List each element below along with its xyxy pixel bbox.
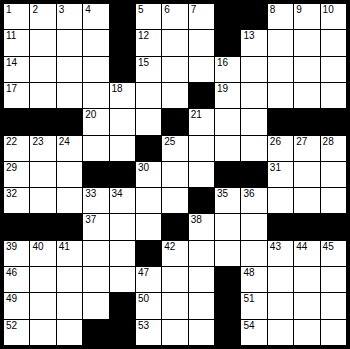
cell-r10c4[interactable]	[83, 241, 108, 266]
cell-r4c2[interactable]	[30, 83, 55, 108]
cell-r6c5[interactable]	[110, 136, 135, 161]
cell-r6c9[interactable]	[215, 136, 240, 161]
black-cell-r5c13	[321, 109, 346, 134]
clue-number-16: 16	[217, 57, 228, 68]
black-cell-r7c4	[83, 162, 108, 187]
black-cell-r12c9	[215, 293, 240, 318]
cell-r2c12[interactable]	[294, 30, 319, 55]
clue-number-31: 31	[270, 162, 281, 173]
cell-r7c8[interactable]	[189, 162, 214, 187]
cell-r2c7[interactable]	[162, 30, 187, 55]
cell-r11c3[interactable]	[57, 267, 82, 292]
cell-r9c4[interactable]: 37	[83, 214, 108, 239]
cell-r7c13[interactable]	[321, 162, 346, 187]
clue-number-43: 43	[270, 241, 281, 252]
clue-number-15: 15	[138, 57, 149, 68]
black-cell-r12c5	[110, 293, 135, 318]
cell-r11c4[interactable]	[83, 267, 108, 292]
cell-r12c8[interactable]	[189, 293, 214, 318]
cell-r4c12[interactable]	[294, 83, 319, 108]
cell-r4c9[interactable]: 19	[215, 83, 240, 108]
clue-number-35: 35	[217, 188, 228, 199]
cell-r10c2[interactable]: 40	[30, 241, 55, 266]
cell-r5c10[interactable]	[241, 109, 266, 134]
clue-number-42: 42	[164, 241, 175, 252]
cell-r7c2[interactable]	[30, 162, 55, 187]
cell-r4c7[interactable]	[162, 83, 187, 108]
cell-r11c7[interactable]	[162, 267, 187, 292]
cell-r1c6[interactable]: 5	[136, 4, 161, 29]
black-cell-r7c5	[110, 162, 135, 187]
cell-r10c13[interactable]: 45	[321, 241, 346, 266]
cell-r13c12[interactable]	[294, 320, 319, 345]
cell-r11c13[interactable]	[321, 267, 346, 292]
black-cell-r10c6	[136, 241, 161, 266]
cell-r3c13[interactable]	[321, 57, 346, 82]
cell-r6c11[interactable]: 26	[268, 136, 293, 161]
clue-number-1: 1	[6, 4, 12, 15]
clue-number-4: 4	[85, 4, 91, 15]
cell-r1c7[interactable]: 6	[162, 4, 187, 29]
black-cell-r7c10	[241, 162, 266, 187]
clue-number-8: 8	[270, 4, 276, 15]
clue-number-27: 27	[296, 136, 307, 147]
cell-r8c2[interactable]	[30, 188, 55, 213]
cell-r8c7[interactable]	[162, 188, 187, 213]
cell-r8c3[interactable]	[57, 188, 82, 213]
cell-r12c3[interactable]	[57, 293, 82, 318]
cell-r1c13[interactable]: 10	[321, 4, 346, 29]
cell-r4c10[interactable]	[241, 83, 266, 108]
cell-r12c12[interactable]	[294, 293, 319, 318]
clue-number-23: 23	[32, 136, 43, 147]
cell-r8c4[interactable]: 33	[83, 188, 108, 213]
cell-r7c11[interactable]: 31	[268, 162, 293, 187]
cell-r5c8[interactable]: 21	[189, 109, 214, 134]
black-cell-r7c9	[215, 162, 240, 187]
cell-r11c1[interactable]: 46	[4, 267, 29, 292]
clue-number-28: 28	[323, 136, 334, 147]
clue-number-50: 50	[138, 293, 149, 304]
clue-number-34: 34	[112, 188, 123, 199]
cell-r6c12[interactable]: 27	[294, 136, 319, 161]
cell-r13c10[interactable]: 54	[241, 320, 266, 345]
cell-r3c9[interactable]: 16	[215, 57, 240, 82]
cell-r1c8[interactable]: 7	[189, 4, 214, 29]
cell-r13c3[interactable]	[57, 320, 82, 345]
black-cell-r9c7	[162, 214, 187, 239]
cell-r10c9[interactable]	[215, 241, 240, 266]
cell-r5c9[interactable]	[215, 109, 240, 134]
black-cell-r11c9	[215, 267, 240, 292]
cell-r6c3[interactable]: 24	[57, 136, 82, 161]
cell-r4c5[interactable]: 18	[110, 83, 135, 108]
clue-number-22: 22	[6, 136, 17, 147]
cell-r9c8[interactable]: 38	[189, 214, 214, 239]
clue-number-24: 24	[59, 136, 70, 147]
cell-r3c2[interactable]	[30, 57, 55, 82]
black-cell-r13c5	[110, 320, 135, 345]
black-cell-r5c11	[268, 109, 293, 134]
clue-number-11: 11	[6, 30, 16, 41]
clue-number-2: 2	[32, 4, 38, 15]
cell-r6c4[interactable]	[83, 136, 108, 161]
cell-r8c5[interactable]: 34	[110, 188, 135, 213]
clue-number-30: 30	[138, 162, 149, 173]
cell-r2c10[interactable]: 13	[241, 30, 266, 55]
cell-r1c12[interactable]: 9	[294, 4, 319, 29]
cell-r11c2[interactable]	[30, 267, 55, 292]
cell-r9c10[interactable]	[241, 214, 266, 239]
cell-r11c12[interactable]	[294, 267, 319, 292]
cell-r12c4[interactable]	[83, 293, 108, 318]
cell-r8c9[interactable]: 35	[215, 188, 240, 213]
cell-r11c6[interactable]: 47	[136, 267, 161, 292]
cell-r13c1[interactable]: 52	[4, 320, 29, 345]
black-cell-r4c8	[189, 83, 214, 108]
cell-r4c4[interactable]	[83, 83, 108, 108]
clue-number-13: 13	[243, 30, 254, 41]
cell-r6c8[interactable]	[189, 136, 214, 161]
cell-r13c13[interactable]	[321, 320, 346, 345]
cell-r12c10[interactable]: 51	[241, 293, 266, 318]
cell-r10c7[interactable]: 42	[162, 241, 187, 266]
cell-r13c2[interactable]	[30, 320, 55, 345]
cell-r4c13[interactable]	[321, 83, 346, 108]
clue-number-51: 51	[243, 293, 254, 304]
black-cell-r5c12	[294, 109, 319, 134]
clue-number-3: 3	[59, 4, 65, 15]
black-cell-r13c4	[83, 320, 108, 345]
cell-r8c13[interactable]	[321, 188, 346, 213]
black-cell-r9c1	[4, 214, 29, 239]
cell-r4c6[interactable]	[136, 83, 161, 108]
clue-number-44: 44	[296, 241, 307, 252]
cell-r3c11[interactable]	[268, 57, 293, 82]
clue-number-18: 18	[112, 83, 123, 94]
black-cell-r13c9	[215, 320, 240, 345]
cell-r6c13[interactable]: 28	[321, 136, 346, 161]
cell-r3c6[interactable]: 15	[136, 57, 161, 82]
cell-r8c11[interactable]	[268, 188, 293, 213]
black-cell-r5c7	[162, 109, 187, 134]
black-cell-r9c2	[30, 214, 55, 239]
clue-number-40: 40	[32, 241, 43, 252]
clue-number-37: 37	[85, 214, 96, 225]
clue-number-10: 10	[323, 4, 334, 15]
black-cell-r5c1	[4, 109, 29, 134]
clue-number-29: 29	[6, 162, 17, 173]
cell-r3c1[interactable]: 14	[4, 57, 29, 82]
clue-number-48: 48	[243, 267, 254, 278]
clue-number-5: 5	[138, 4, 144, 15]
cell-r10c10[interactable]	[241, 241, 266, 266]
cell-r4c3[interactable]	[57, 83, 82, 108]
cell-r9c9[interactable]	[215, 214, 240, 239]
clue-number-49: 49	[6, 293, 17, 304]
cell-r11c5[interactable]	[110, 267, 135, 292]
black-cell-r9c13	[321, 214, 346, 239]
cell-r8c6[interactable]	[136, 188, 161, 213]
clue-number-17: 17	[6, 83, 17, 94]
clue-number-53: 53	[138, 320, 149, 331]
cell-r5c6[interactable]	[136, 109, 161, 134]
clue-number-14: 14	[6, 57, 17, 68]
black-cell-r1c9	[215, 4, 240, 29]
cell-r2c3[interactable]	[57, 30, 82, 55]
cell-r13c8[interactable]	[189, 320, 214, 345]
cell-r2c11[interactable]	[268, 30, 293, 55]
cell-r10c5[interactable]	[110, 241, 135, 266]
clue-number-6: 6	[164, 4, 170, 15]
crossword-grid: 1234567891011121314151617181920212223242…	[0, 0, 350, 349]
black-cell-r9c12	[294, 214, 319, 239]
clue-number-38: 38	[191, 214, 202, 225]
clue-number-36: 36	[243, 188, 254, 199]
cell-r5c4[interactable]: 20	[83, 109, 108, 134]
cell-r2c8[interactable]	[189, 30, 214, 55]
clue-number-19: 19	[217, 83, 228, 94]
clue-number-41: 41	[59, 241, 70, 252]
cell-r12c1[interactable]: 49	[4, 293, 29, 318]
cell-r11c10[interactable]: 48	[241, 267, 266, 292]
cell-r11c8[interactable]	[189, 267, 214, 292]
cell-r7c6[interactable]: 30	[136, 162, 161, 187]
clue-number-25: 25	[164, 136, 175, 147]
cell-r3c8[interactable]	[189, 57, 214, 82]
clue-number-47: 47	[138, 267, 149, 278]
cell-r8c1[interactable]: 32	[4, 188, 29, 213]
cell-r1c3[interactable]: 3	[57, 4, 82, 29]
cell-r4c11[interactable]	[268, 83, 293, 108]
clue-number-12: 12	[138, 30, 149, 41]
black-cell-r6c6	[136, 136, 161, 161]
black-cell-r1c5	[110, 4, 135, 29]
cell-r12c11[interactable]	[268, 293, 293, 318]
cell-r3c3[interactable]	[57, 57, 82, 82]
cell-r13c6[interactable]: 53	[136, 320, 161, 345]
clue-number-54: 54	[243, 320, 254, 331]
cell-r12c13[interactable]	[321, 293, 346, 318]
cell-r13c7[interactable]	[162, 320, 187, 345]
clue-number-39: 39	[6, 241, 17, 252]
cell-r12c2[interactable]	[30, 293, 55, 318]
cell-r10c8[interactable]	[189, 241, 214, 266]
clue-number-20: 20	[85, 109, 96, 120]
clue-number-7: 7	[191, 4, 197, 15]
clue-number-26: 26	[270, 136, 281, 147]
cell-r8c10[interactable]: 36	[241, 188, 266, 213]
cell-r2c6[interactable]: 12	[136, 30, 161, 55]
cell-r2c13[interactable]	[321, 30, 346, 55]
black-cell-r8c8	[189, 188, 214, 213]
cell-r10c11[interactable]: 43	[268, 241, 293, 266]
clue-number-46: 46	[6, 267, 17, 278]
cell-r1c1[interactable]: 1	[4, 4, 29, 29]
cell-r9c5[interactable]	[110, 214, 135, 239]
cell-r9c6[interactable]	[136, 214, 161, 239]
cell-r12c7[interactable]	[162, 293, 187, 318]
cell-r3c4[interactable]	[83, 57, 108, 82]
cell-r6c2[interactable]: 23	[30, 136, 55, 161]
cell-r10c12[interactable]: 44	[294, 241, 319, 266]
cell-r8c12[interactable]	[294, 188, 319, 213]
black-cell-r2c9	[215, 30, 240, 55]
black-cell-r1c10	[241, 4, 266, 29]
cell-r2c1[interactable]: 11	[4, 30, 29, 55]
cell-r1c2[interactable]: 2	[30, 4, 55, 29]
cell-r7c7[interactable]	[162, 162, 187, 187]
cell-r6c1[interactable]: 22	[4, 136, 29, 161]
cell-r7c12[interactable]	[294, 162, 319, 187]
cell-r6c7[interactable]: 25	[162, 136, 187, 161]
cell-r10c3[interactable]: 41	[57, 241, 82, 266]
cell-r7c3[interactable]	[57, 162, 82, 187]
black-cell-r5c2	[30, 109, 55, 134]
cell-r13c11[interactable]	[268, 320, 293, 345]
cell-r3c10[interactable]	[241, 57, 266, 82]
clue-number-52: 52	[6, 320, 17, 331]
clue-number-33: 33	[85, 188, 96, 199]
clue-number-21: 21	[191, 109, 202, 120]
cell-r2c2[interactable]	[30, 30, 55, 55]
cell-r11c11[interactable]	[268, 267, 293, 292]
black-cell-r9c11	[268, 214, 293, 239]
clue-number-45: 45	[323, 241, 334, 252]
black-cell-r2c5	[110, 30, 135, 55]
cell-r1c4[interactable]: 4	[83, 4, 108, 29]
black-cell-r5c3	[57, 109, 82, 134]
black-cell-r3c5	[110, 57, 135, 82]
clue-number-32: 32	[6, 188, 17, 199]
cell-r3c12[interactable]	[294, 57, 319, 82]
clue-number-9: 9	[296, 4, 302, 15]
cell-r5c5[interactable]	[110, 109, 135, 134]
cell-r1c11[interactable]: 8	[268, 4, 293, 29]
cell-r10c1[interactable]: 39	[4, 241, 29, 266]
cell-r12c6[interactable]: 50	[136, 293, 161, 318]
black-cell-r9c3	[57, 214, 82, 239]
cell-r3c7[interactable]	[162, 57, 187, 82]
cell-r6c10[interactable]	[241, 136, 266, 161]
cell-r7c1[interactable]: 29	[4, 162, 29, 187]
cell-r2c4[interactable]	[83, 30, 108, 55]
cell-r4c1[interactable]: 17	[4, 83, 29, 108]
